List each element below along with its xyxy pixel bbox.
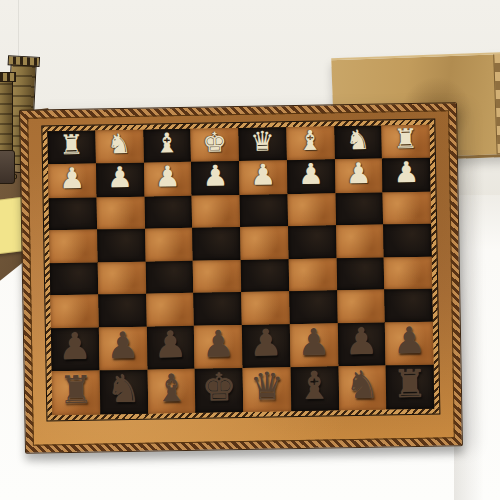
piece-white-pawn: ♟ [59,160,85,194]
square-c6 [289,291,337,324]
piece-black-bishop: ♝ [297,363,332,408]
dark-piece-base [0,150,15,184]
square-b2: ♟ [334,158,382,193]
square-a8: ♜ [386,365,435,410]
square-c5 [288,258,336,291]
square-d8: ♛ [243,367,292,412]
piece-white-knight: ♞ [346,124,371,155]
square-h8: ♜ [52,370,101,415]
piece-white-bishop: ♝ [298,124,323,155]
square-g6 [98,294,146,327]
piece-black-pawn: ♟ [297,320,331,364]
square-d6 [241,292,289,325]
piece-white-bishop: ♝ [155,127,180,158]
square-a3 [383,191,431,224]
square-h2: ♟ [48,163,96,198]
piece-black-pawn: ♟ [345,320,379,364]
piece-white-pawn: ♟ [393,154,419,188]
square-b1: ♞ [334,126,382,159]
piece-black-rook: ♜ [392,362,427,407]
piece-white-knight: ♞ [107,128,132,159]
square-g3 [96,196,144,229]
board-grid: ♜♞♝♚♛♝♞♜♟♟♟♟♟♟♟♟♟♟♟♟♟♟♟♟♜♞♝♚♛♝♞♜ [47,125,434,416]
piece-black-knight: ♞ [345,363,380,408]
shadow-right-of-board [454,150,500,500]
square-f3 [144,195,192,228]
piece-white-rook: ♜ [59,129,84,160]
square-a4 [383,224,431,257]
piece-white-rook: ♜ [393,123,418,154]
square-c8: ♝ [290,366,339,411]
square-f4 [145,228,193,261]
chess-board: ♜♞♝♚♛♝♞♜♟♟♟♟♟♟♟♟♟♟♟♟♟♟♟♟♜♞♝♚♛♝♞♜ [19,102,463,454]
square-e8: ♚ [195,368,244,413]
piece-white-pawn: ♟ [345,155,371,189]
square-e6 [194,292,242,325]
square-e5 [193,260,241,293]
square-c1: ♝ [286,126,334,159]
square-h4 [49,230,97,263]
square-a6 [384,289,432,322]
square-h3 [49,197,97,230]
square-h7: ♟ [51,327,99,371]
square-d1: ♛ [238,127,286,160]
piece-white-pawn: ♟ [107,159,133,193]
piece-black-king: ♚ [202,365,237,410]
piece-black-rook: ♜ [58,368,93,413]
square-c4 [288,226,336,259]
square-b3 [335,192,383,225]
square-b7: ♟ [337,322,385,366]
board-frame: ♜♞♝♚♛♝♞♜♟♟♟♟♟♟♟♟♟♟♟♟♟♟♟♟♜♞♝♚♛♝♞♜ [27,110,455,445]
square-b8: ♞ [338,365,387,410]
square-h1: ♜ [47,131,95,164]
square-d3 [240,194,288,227]
square-f7: ♟ [146,326,194,370]
square-g7: ♟ [99,327,147,371]
piece-white-pawn: ♟ [250,157,276,191]
square-f8: ♝ [147,369,196,414]
piece-white-queen: ♛ [250,125,275,156]
photo-scene: ♜♞♝♚♛♝♞♜♟♟♟♟♟♟♟♟♟♟♟♟♟♟♟♟♜♞♝♚♛♝♞♜ [0,0,500,500]
piece-black-pawn: ♟ [201,322,235,366]
square-a2: ♟ [382,157,430,192]
square-a5 [384,256,432,289]
piece-black-bishop: ♝ [154,366,189,411]
piece-white-pawn: ♟ [154,159,180,193]
square-f5 [145,261,193,294]
piece-white-king: ♚ [202,126,227,157]
piece-black-pawn: ♟ [154,323,188,367]
square-f6 [146,293,194,326]
square-d4 [240,226,288,259]
wall-corner-line [18,0,19,62]
piece-black-knight: ♞ [106,367,141,412]
square-g8: ♞ [99,370,148,415]
square-c7: ♟ [290,323,338,367]
square-f1: ♝ [143,129,191,162]
rope-inlay-border: ♜♞♝♚♛♝♞♜♟♟♟♟♟♟♟♟♟♟♟♟♟♟♟♟♜♞♝♚♛♝♞♜ [42,120,439,421]
piece-black-pawn: ♟ [58,325,92,369]
square-b4 [336,225,384,258]
square-d5 [241,259,289,292]
piece-white-pawn: ♟ [202,158,228,192]
square-e1: ♚ [191,128,239,161]
piece-black-queen: ♛ [249,364,284,409]
box-finger-joints [493,54,500,154]
square-a1: ♜ [382,125,430,158]
square-e3 [192,195,240,228]
square-g2: ♟ [96,162,144,197]
square-g5 [97,261,145,294]
piece-black-pawn: ♟ [249,321,283,365]
square-g4 [97,229,145,262]
square-g1: ♞ [95,130,143,163]
square-f2: ♟ [143,161,191,196]
square-h5 [50,262,98,295]
piece-black-pawn: ♟ [106,324,140,368]
square-a7: ♟ [385,322,433,366]
square-e2: ♟ [191,161,239,196]
square-d7: ♟ [242,324,290,368]
piece-black-pawn: ♟ [392,319,426,363]
square-c3 [287,193,335,226]
square-d2: ♟ [239,160,287,195]
square-e7: ♟ [194,325,242,369]
square-h6 [50,295,98,328]
square-b5 [336,257,384,290]
piece-white-pawn: ♟ [298,156,324,190]
square-c2: ♟ [287,159,335,194]
square-b6 [337,290,385,323]
square-e4 [192,227,240,260]
